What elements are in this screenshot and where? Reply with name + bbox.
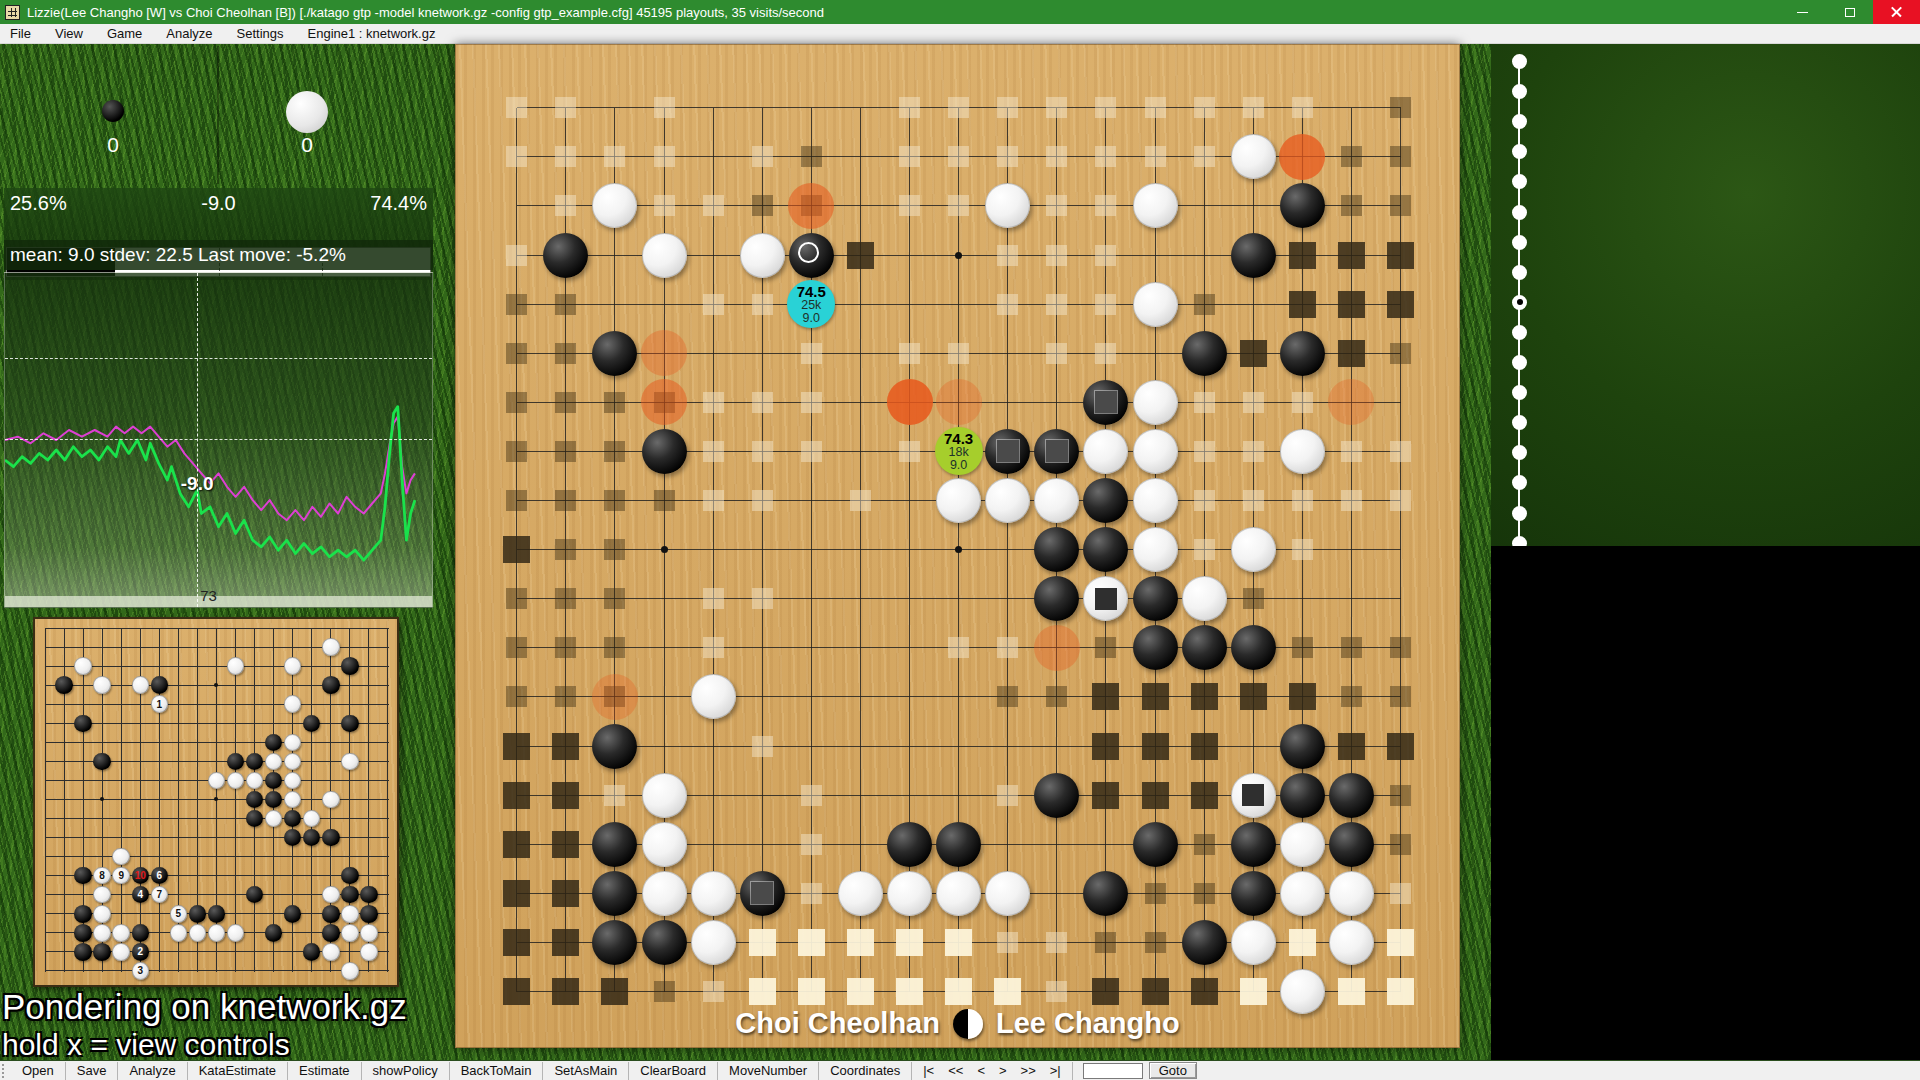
white-capture-count: 0 <box>277 133 337 157</box>
white-ownership-square <box>899 97 920 118</box>
tree-node[interactable] <box>1512 84 1527 99</box>
black-ownership-square <box>1338 340 1365 367</box>
menu-item-view[interactable]: View <box>55 26 83 41</box>
variation-move-number: 3 <box>133 963 149 979</box>
white-stone <box>642 233 687 278</box>
variation-black-stone: 2 <box>132 943 150 961</box>
tree-node[interactable] <box>1512 54 1527 69</box>
black-ownership-square <box>801 146 822 167</box>
black-stone <box>1280 331 1325 376</box>
white-stone <box>936 871 981 916</box>
white-ownership-square <box>1095 146 1116 167</box>
white-ownership-square <box>1390 883 1411 904</box>
white-ownership-square <box>948 637 969 658</box>
tree-node[interactable] <box>1512 445 1527 460</box>
black-stone <box>887 822 932 867</box>
white-ownership-square <box>945 978 972 1005</box>
white-ownership-square <box>997 97 1018 118</box>
black-ownership-square <box>1191 683 1218 710</box>
black-stone <box>1329 773 1374 818</box>
main-board[interactable]: Choi Cheolhan Lee Changho 74.525k9.074.3… <box>455 44 1460 1048</box>
white-ownership-square <box>1145 97 1166 118</box>
black-capture-count: 0 <box>83 133 143 157</box>
white-ownership-square <box>1145 146 1166 167</box>
window-title: Lizzie(Lee Changho [W] vs Choi Cheolhan … <box>27 5 824 20</box>
graph-gridline <box>5 439 432 440</box>
white-ownership-square <box>801 883 822 904</box>
black-ownership-square <box>552 978 579 1005</box>
white-stone <box>985 478 1030 523</box>
variation-white-stone <box>284 657 302 675</box>
black-ownership-square <box>847 242 874 269</box>
mini-star-point <box>214 683 218 687</box>
white-stone <box>985 183 1030 228</box>
black-ownership-square <box>1390 686 1411 707</box>
variation-white-stone: 3 <box>132 962 150 980</box>
mini-grid-line <box>235 628 236 972</box>
white-ownership-square <box>1240 978 1267 1005</box>
black-ownership-square <box>555 441 576 462</box>
score-lead-label: -9.0 <box>201 192 235 215</box>
white-ownership-square <box>1243 97 1264 118</box>
white-ownership-square <box>997 294 1018 315</box>
black-stone <box>592 822 637 867</box>
white-stone <box>592 183 637 228</box>
variation-black-stone <box>246 810 264 828</box>
variation-white-stone <box>132 676 150 694</box>
variation-white-stone <box>360 924 378 942</box>
nav-first-button[interactable]: |< <box>916 1063 941 1078</box>
black-ownership-square <box>1338 291 1365 318</box>
white-ownership-square <box>1046 981 1067 1002</box>
goto-move-input[interactable] <box>1083 1063 1143 1079</box>
variation-white-stone <box>227 924 245 942</box>
white-ownership-square <box>1338 978 1365 1005</box>
black-stone <box>1280 724 1325 769</box>
white-ownership-square <box>703 195 724 216</box>
black-ownership-square <box>601 978 628 1005</box>
black-ownership-square <box>1095 932 1116 953</box>
grid-line <box>517 598 1402 599</box>
white-ownership-square <box>752 146 773 167</box>
black-ownership-square <box>503 880 530 907</box>
variation-black-stone <box>132 924 150 942</box>
winrate-graph-series <box>5 273 432 607</box>
pondering-status: Pondering on knetwork.gz <box>2 987 407 1027</box>
black-stone <box>592 871 637 916</box>
white-ownership-square <box>1387 978 1414 1005</box>
white-ownership-square <box>1194 97 1215 118</box>
black-player-name: Choi Cheolhan <box>735 1007 940 1040</box>
white-stone <box>1083 429 1128 474</box>
variation-white-stone <box>322 943 340 961</box>
white-ownership-square <box>847 978 874 1005</box>
black-ownership-square <box>604 539 625 560</box>
white-ownership-square <box>1194 441 1215 462</box>
nav-next-button[interactable]: > <box>992 1063 1014 1078</box>
mini-star-point <box>214 797 218 801</box>
white-ownership-square <box>801 392 822 413</box>
nav-button-group: |<<<<>>>>| <box>912 1062 1073 1080</box>
black-ownership-square <box>1142 683 1169 710</box>
black-ownership-square <box>1390 834 1411 855</box>
variation-black-stone <box>208 905 226 923</box>
white-ownership-square <box>752 736 773 757</box>
candidate-winrate: 74.3 <box>944 431 973 446</box>
variation-black-stone <box>74 715 92 733</box>
tree-node[interactable] <box>1512 144 1527 159</box>
black-ownership-square <box>1092 683 1119 710</box>
black-winrate-label: 25.6% <box>10 192 67 215</box>
white-ownership-square <box>899 195 920 216</box>
star-point <box>955 546 962 553</box>
mini-grid-line <box>45 856 389 857</box>
black-ownership-square <box>1142 733 1169 760</box>
black-ownership-square <box>654 490 675 511</box>
black-ownership-square <box>1142 782 1169 809</box>
white-ownership-square <box>994 978 1021 1005</box>
black-ownership-square <box>506 343 527 364</box>
white-ownership-square <box>801 441 822 462</box>
tree-node-current[interactable] <box>1512 295 1527 310</box>
setasmain-button[interactable]: SetAsMain <box>543 1062 629 1080</box>
variation-white-stone <box>341 962 359 980</box>
black-ownership-square <box>1194 883 1215 904</box>
nav-last-button[interactable]: >| <box>1043 1063 1068 1078</box>
save-button[interactable]: Save <box>66 1062 119 1080</box>
black-ownership-square <box>1289 291 1316 318</box>
showpolicy-button[interactable]: showPolicy <box>362 1062 450 1080</box>
black-ownership-square <box>997 686 1018 707</box>
white-ownership-square <box>948 97 969 118</box>
content-area: 0 0 25.6% -9.0 74.4% mean: 9.0 stdev: 22… <box>0 44 1920 1060</box>
white-ownership-square <box>798 978 825 1005</box>
policy-heat-circle <box>1034 625 1080 671</box>
black-stone <box>1231 233 1276 278</box>
candidate-move[interactable]: 74.318k9.0 <box>935 427 983 475</box>
menu-item-engine1[interactable]: Engine1 : knetwork.gz <box>308 26 436 41</box>
tree-node[interactable] <box>1512 355 1527 370</box>
white-ownership-square <box>1194 490 1215 511</box>
white-stone <box>1133 478 1178 523</box>
black-ownership-square <box>1338 242 1365 269</box>
black-ownership-square <box>1341 686 1362 707</box>
variation-white-stone <box>227 657 245 675</box>
variation-black-stone <box>322 829 340 847</box>
variation-black-stone <box>284 905 302 923</box>
black-ownership-square <box>1390 785 1411 806</box>
variation-white-stone <box>322 638 340 656</box>
variation-white-stone <box>284 753 302 771</box>
graph-crosshair <box>197 273 198 607</box>
variation-black-stone <box>322 905 340 923</box>
black-ownership-square <box>1390 97 1411 118</box>
variation-white-stone <box>112 943 130 961</box>
title-bar: Lizzie(Lee Changho [W] vs Choi Cheolhan … <box>0 0 1920 24</box>
white-ownership-square <box>847 929 874 956</box>
mini-grid-line <box>311 628 312 972</box>
black-stone <box>1182 920 1227 965</box>
black-ownership-square <box>604 490 625 511</box>
white-ownership-square <box>654 195 675 216</box>
grid-line <box>517 746 1402 747</box>
policy-heat-circle <box>887 379 933 425</box>
black-capture-stone-icon <box>102 100 124 122</box>
variation-white-stone <box>284 695 302 713</box>
variation-black-stone <box>265 734 283 752</box>
black-ownership-square <box>654 981 675 1002</box>
variation-black-stone <box>303 943 321 961</box>
white-ownership-square <box>703 490 724 511</box>
black-stone <box>1133 822 1178 867</box>
black-ownership-square <box>1289 242 1316 269</box>
variation-white-stone <box>227 772 245 790</box>
variation-white-stone <box>74 657 92 675</box>
tree-node[interactable] <box>1512 235 1527 250</box>
comment-panel <box>1491 546 1920 1060</box>
variation-black-stone <box>360 905 378 923</box>
variation-white-stone <box>284 791 302 809</box>
black-ownership-square <box>1387 291 1414 318</box>
black-ownership-square <box>1046 686 1067 707</box>
candidate-score: 9.0 <box>950 459 967 472</box>
white-ownership-square <box>1046 195 1067 216</box>
black-stone <box>592 331 637 376</box>
black-ownership-square <box>1341 146 1362 167</box>
variation-white-stone: 5 <box>170 905 188 923</box>
black-ownership-square <box>1387 733 1414 760</box>
black-ownership-square <box>1243 588 1264 609</box>
variation-white-stone <box>303 810 321 828</box>
black-stone <box>1182 331 1227 376</box>
black-ownership-square <box>604 637 625 658</box>
black-stone <box>1182 625 1227 670</box>
white-ownership-square <box>1292 539 1313 560</box>
backtomain-button[interactable]: BackToMain <box>450 1062 544 1080</box>
stats-line: mean: 9.0 stdev: 22.5 Last move: -5.2% <box>4 240 433 270</box>
grid-line <box>1400 108 1401 993</box>
policy-heat-circle <box>641 330 687 376</box>
white-stone <box>1329 920 1374 965</box>
black-stone <box>1280 773 1325 818</box>
black-stone <box>1083 871 1128 916</box>
black-stone <box>1034 773 1079 818</box>
maximize-button[interactable] <box>1826 0 1873 24</box>
ownership-mark-on-stone <box>1095 391 1117 413</box>
variation-black-stone <box>74 924 92 942</box>
nav-fwd10-button[interactable]: >> <box>1014 1063 1043 1078</box>
tree-node[interactable] <box>1512 506 1527 521</box>
policy-heat-circle <box>641 379 687 425</box>
graph-gridline <box>5 358 432 359</box>
candidate-move[interactable]: 74.525k9.0 <box>787 280 835 328</box>
black-ownership-square <box>1194 834 1215 855</box>
variation-black-stone <box>322 676 340 694</box>
black-ownership-square <box>555 343 576 364</box>
black-ownership-square <box>1341 637 1362 658</box>
white-ownership-square <box>1390 490 1411 511</box>
goto-button[interactable]: Goto <box>1149 1062 1197 1079</box>
graph-move-label: 73 <box>200 587 217 604</box>
white-ownership-square <box>604 146 625 167</box>
mini-grid-line <box>121 628 122 972</box>
nav-prev-button[interactable]: < <box>970 1063 992 1078</box>
menu-item-settings[interactable]: Settings <box>237 26 284 41</box>
variation-white-stone <box>93 905 111 923</box>
variation-white-stone <box>93 924 111 942</box>
variation-black-stone <box>151 676 169 694</box>
captures-panel: 0 0 <box>4 44 433 186</box>
ownership-mark-on-stone <box>1095 588 1117 610</box>
white-ownership-square <box>506 97 527 118</box>
open-button[interactable]: Open <box>11 1062 66 1080</box>
variation-move-number: 7 <box>152 887 168 903</box>
tree-node[interactable] <box>1512 385 1527 400</box>
black-ownership-square <box>1142 978 1169 1005</box>
black-ownership-square <box>555 686 576 707</box>
variation-white-stone: 8 <box>93 867 111 885</box>
variation-white-stone <box>341 905 359 923</box>
menu-item-file[interactable]: File <box>10 26 31 41</box>
variation-white-stone <box>265 753 283 771</box>
mini-grid-line <box>45 742 389 743</box>
tree-node[interactable] <box>1512 325 1527 340</box>
mini-grid-line <box>45 704 389 705</box>
white-stone <box>838 871 883 916</box>
tree-node[interactable] <box>1512 265 1527 280</box>
clearboard-button[interactable]: ClearBoard <box>629 1062 718 1080</box>
white-stone <box>1231 920 1276 965</box>
white-capture-stone-icon <box>286 91 328 133</box>
variation-white-stone <box>322 791 340 809</box>
variation-black-stone <box>93 753 111 771</box>
black-ownership-square <box>604 588 625 609</box>
menu-item-analyze[interactable]: Analyze <box>166 26 212 41</box>
menu-item-game[interactable]: Game <box>107 26 142 41</box>
tree-node[interactable] <box>1512 205 1527 220</box>
tree-node[interactable] <box>1512 114 1527 129</box>
black-ownership-square <box>552 929 579 956</box>
variation-white-stone <box>265 810 283 828</box>
minimize-button[interactable] <box>1779 0 1826 24</box>
white-stone <box>1231 134 1276 179</box>
close-button[interactable] <box>1873 0 1920 24</box>
ownership-mark-on-stone <box>1046 440 1068 462</box>
ownership-mark-on-stone <box>751 882 773 904</box>
variation-black-stone <box>246 886 264 904</box>
mini-grid-line <box>45 970 389 971</box>
black-ownership-square <box>1092 733 1119 760</box>
policy-heat-circle <box>592 674 638 720</box>
black-ownership-square <box>506 588 527 609</box>
estimate-button[interactable]: Estimate <box>288 1062 362 1080</box>
mini-grid-line <box>45 818 389 819</box>
white-stone <box>1133 429 1178 474</box>
coordinates-button[interactable]: Coordinates <box>819 1062 912 1080</box>
white-ownership-square <box>752 490 773 511</box>
black-ownership-square <box>506 441 527 462</box>
black-ownership-square <box>1194 294 1215 315</box>
white-ownership-square <box>1243 392 1264 413</box>
white-ownership-square <box>896 978 923 1005</box>
tree-node[interactable] <box>1512 415 1527 430</box>
variation-move-number: 6 <box>151 867 169 885</box>
black-ownership-square <box>1390 343 1411 364</box>
kataestimate-button[interactable]: KataEstimate <box>188 1062 288 1080</box>
white-ownership-square <box>555 195 576 216</box>
white-ownership-square <box>1095 245 1116 266</box>
white-stone <box>1034 478 1079 523</box>
white-ownership-square <box>1387 929 1414 956</box>
white-ownership-square <box>997 245 1018 266</box>
variation-white-stone <box>341 753 359 771</box>
tree-node[interactable] <box>1512 475 1527 490</box>
white-player-name: Lee Changho <box>996 1007 1180 1040</box>
move-tree-panel[interactable] <box>1491 44 1920 546</box>
mini-grid-line <box>45 628 389 629</box>
black-ownership-square <box>752 195 773 216</box>
black-ownership-square <box>503 929 530 956</box>
menu-bar: FileViewGameAnalyzeSettingsEngine1 : kne… <box>0 24 1920 44</box>
black-stone <box>592 724 637 769</box>
white-ownership-square <box>997 932 1018 953</box>
white-ownership-square <box>1243 490 1264 511</box>
black-stone <box>1329 822 1374 867</box>
white-ownership-square <box>798 929 825 956</box>
candidate-score: 9.0 <box>803 312 820 325</box>
white-ownership-square <box>801 785 822 806</box>
analyze-button[interactable]: Analyze <box>118 1062 187 1080</box>
white-ownership-square <box>1046 97 1067 118</box>
white-ownership-square <box>801 834 822 855</box>
variation-black-stone <box>74 905 92 923</box>
variation-black-stone <box>265 924 283 942</box>
white-stone <box>642 871 687 916</box>
black-ownership-square <box>1092 782 1119 809</box>
black-ownership-square <box>1145 932 1166 953</box>
variation-white-stone <box>189 924 207 942</box>
stone-colors-icon <box>953 1009 983 1039</box>
movenumber-button[interactable]: MoveNumber <box>718 1062 819 1080</box>
white-ownership-square <box>997 146 1018 167</box>
tree-node[interactable] <box>1512 174 1527 189</box>
black-stone <box>1231 625 1276 670</box>
variation-black-stone <box>93 943 111 961</box>
variation-white-stone: 7 <box>151 886 169 904</box>
white-ownership-square <box>1292 490 1313 511</box>
white-ownership-square <box>749 929 776 956</box>
variation-board[interactable]: 12345678910 <box>33 617 399 987</box>
variation-black-stone <box>284 810 302 828</box>
white-ownership-square <box>1046 294 1067 315</box>
black-ownership-square <box>506 490 527 511</box>
winrate-graph[interactable]: -9.0 73 <box>4 272 433 608</box>
white-ownership-square <box>899 441 920 462</box>
bottom-toolbar: OpenSaveAnalyzeKataEstimateEstimateshowP… <box>0 1060 1920 1080</box>
white-ownership-square <box>752 294 773 315</box>
white-ownership-square <box>1243 441 1264 462</box>
variation-white-stone <box>341 924 359 942</box>
star-point <box>661 546 668 553</box>
white-stone <box>740 233 785 278</box>
white-ownership-square <box>899 146 920 167</box>
variation-black-stone <box>303 715 321 733</box>
black-ownership-square <box>555 392 576 413</box>
nav-back10-button[interactable]: << <box>941 1063 970 1078</box>
white-ownership-square <box>703 392 724 413</box>
black-ownership-square <box>1387 242 1414 269</box>
white-ownership-square <box>948 195 969 216</box>
